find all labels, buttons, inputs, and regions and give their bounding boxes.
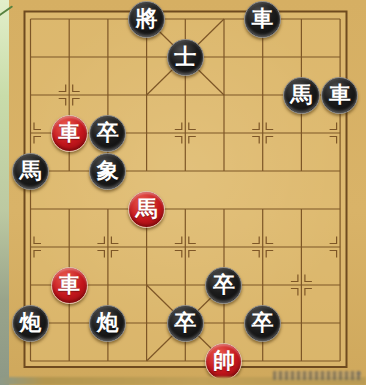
black-cannon-2[interactable]: 炮	[89, 305, 126, 342]
watermark: ✳	[273, 371, 361, 380]
black-soldier-2[interactable]: 卒	[205, 267, 242, 304]
black-horse-2[interactable]: 馬	[12, 153, 49, 190]
black-general[interactable]: 將	[128, 1, 165, 38]
red-chariot-1[interactable]: 車	[51, 115, 88, 152]
black-soldier-3[interactable]: 卒	[167, 305, 204, 342]
piece-layer: 將車士馬車車卒馬象馬車卒炮炮卒卒帥	[11, 0, 359, 380]
black-soldier-1[interactable]: 卒	[89, 115, 126, 152]
red-general[interactable]: 帥	[205, 343, 242, 380]
black-chariot-1[interactable]: 車	[244, 1, 281, 38]
xiangqi-board: 將車士馬車車卒馬象馬車卒炮炮卒卒帥	[0, 0, 366, 385]
red-chariot-2[interactable]: 車	[51, 267, 88, 304]
black-chariot-2[interactable]: 車	[321, 77, 358, 114]
screenshot: 將車士馬車車卒馬象馬車卒炮炮卒卒帥 ✳	[0, 0, 366, 385]
black-soldier-4[interactable]: 卒	[244, 305, 281, 342]
red-horse[interactable]: 馬	[128, 191, 165, 228]
black-advisor[interactable]: 士	[167, 39, 204, 76]
black-cannon-1[interactable]: 炮	[12, 305, 49, 342]
watermark-mark: ✳	[356, 371, 362, 377]
black-elephant[interactable]: 象	[89, 153, 126, 190]
black-horse-1[interactable]: 馬	[283, 77, 320, 114]
